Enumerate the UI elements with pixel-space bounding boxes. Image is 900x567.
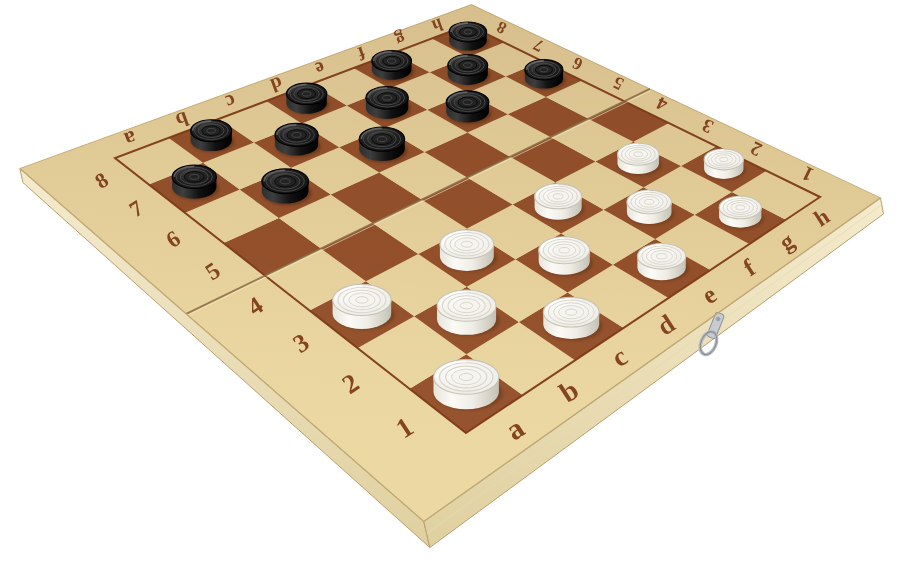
checker-white-f2 [627, 190, 674, 225]
checker-black-a7 [172, 165, 219, 200]
checker-black-f6 [446, 91, 491, 124]
checker-white-e3 [535, 184, 585, 221]
checker-black-h6 [525, 60, 566, 90]
checker-black-b8 [191, 120, 235, 152]
checker-black-e7 [366, 87, 411, 120]
checker-black-g7 [448, 55, 490, 86]
checker-black-c7 [275, 123, 321, 157]
checker-white-g1 [719, 196, 764, 229]
checker-white-e1 [637, 243, 688, 281]
board-svg: abcdefghabcdefgh1234567812345678 [0, 0, 900, 567]
checker-white-a3 [333, 284, 395, 329]
checkers-board-photo: abcdefghabcdefgh1234567812345678 [0, 0, 900, 567]
checker-white-h2 [704, 149, 746, 180]
checker-black-d6 [359, 127, 407, 163]
checker-black-h8 [449, 22, 489, 52]
checker-black-d8 [286, 83, 329, 115]
checker-white-b2 [437, 290, 500, 336]
checker-white-g3 [618, 143, 662, 175]
checker-white-c3 [440, 230, 497, 272]
checker-white-d2 [539, 237, 593, 277]
checker-white-a1 [434, 360, 503, 410]
checker-black-f8 [372, 50, 414, 81]
checker-black-b6 [262, 169, 312, 205]
checker-white-c1 [543, 297, 602, 340]
